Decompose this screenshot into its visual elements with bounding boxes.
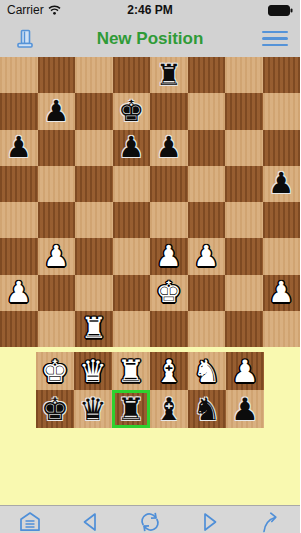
square-g6[interactable] xyxy=(225,130,263,166)
white-pawn: ♟ xyxy=(6,278,32,307)
square-h3[interactable] xyxy=(263,238,301,274)
square-d3[interactable] xyxy=(113,238,151,274)
square-e3[interactable]: ♟ xyxy=(150,238,188,274)
redo-arrow-icon xyxy=(258,510,282,533)
chess-board: ♜♟♚♟♟♟♟♟♟♟♟♚♟♜ xyxy=(0,57,300,347)
forward-button[interactable] xyxy=(195,508,225,533)
square-a8[interactable] xyxy=(0,57,38,93)
redo-button[interactable] xyxy=(255,508,285,533)
white-king: ♚ xyxy=(156,278,182,307)
white-pawn: ♟ xyxy=(43,242,69,271)
square-f4[interactable] xyxy=(188,202,226,238)
square-b7[interactable]: ♟ xyxy=(38,93,76,129)
back-button[interactable] xyxy=(75,508,105,533)
white-king: ♚ xyxy=(41,356,69,387)
black-queen: ♛ xyxy=(79,394,107,425)
square-e2[interactable]: ♚ xyxy=(150,275,188,311)
reset-button[interactable] xyxy=(135,508,165,533)
black-pawn: ♟ xyxy=(6,133,32,162)
square-f3[interactable]: ♟ xyxy=(188,238,226,274)
black-pawn: ♟ xyxy=(156,133,182,162)
white-pawn: ♟ xyxy=(231,356,259,387)
square-e7[interactable] xyxy=(150,93,188,129)
palette-white-pawn[interactable]: ♟ xyxy=(226,352,264,390)
palette-white-rook[interactable]: ♜ xyxy=(112,352,150,390)
palette-white-king[interactable]: ♚ xyxy=(36,352,74,390)
square-c5[interactable] xyxy=(75,166,113,202)
palette-white-queen[interactable]: ♛ xyxy=(74,352,112,390)
square-g1[interactable] xyxy=(225,311,263,347)
status-bar: Carrier 2:46 PM xyxy=(0,0,300,20)
square-g2[interactable] xyxy=(225,275,263,311)
square-g7[interactable] xyxy=(225,93,263,129)
palette-black-pawn[interactable]: ♟ xyxy=(226,390,264,428)
square-h6[interactable] xyxy=(263,130,301,166)
square-d5[interactable] xyxy=(113,166,151,202)
square-e8[interactable]: ♜ xyxy=(150,57,188,93)
square-a3[interactable] xyxy=(0,238,38,274)
square-c8[interactable] xyxy=(75,57,113,93)
square-g4[interactable] xyxy=(225,202,263,238)
palette-black-king[interactable]: ♚ xyxy=(36,390,74,428)
battery-icon xyxy=(268,5,293,16)
black-rook: ♜ xyxy=(117,394,145,425)
position-board-icon xyxy=(14,28,36,50)
black-pawn: ♟ xyxy=(118,133,144,162)
black-pawn: ♟ xyxy=(268,169,294,198)
square-a2[interactable]: ♟ xyxy=(0,275,38,311)
square-c4[interactable] xyxy=(75,202,113,238)
black-bishop: ♝ xyxy=(155,394,183,425)
white-rook: ♜ xyxy=(81,314,107,343)
white-queen: ♛ xyxy=(79,356,107,387)
square-c6[interactable] xyxy=(75,130,113,166)
square-g5[interactable] xyxy=(225,166,263,202)
palette-white-knight[interactable]: ♞ xyxy=(188,352,226,390)
black-rook: ♜ xyxy=(156,61,182,90)
square-c3[interactable] xyxy=(75,238,113,274)
square-f6[interactable] xyxy=(188,130,226,166)
setup-area: ♚♛♜♝♞♟♚♛♜♝♞♟ xyxy=(0,352,300,505)
square-b5[interactable] xyxy=(38,166,76,202)
palette-black-bishop[interactable]: ♝ xyxy=(150,390,188,428)
square-a1[interactable] xyxy=(0,311,38,347)
carrier-label: Carrier xyxy=(7,3,44,17)
black-king: ♚ xyxy=(41,394,69,425)
black-pawn: ♟ xyxy=(43,97,69,126)
square-g3[interactable] xyxy=(225,238,263,274)
square-e6[interactable]: ♟ xyxy=(150,130,188,166)
square-h2[interactable]: ♟ xyxy=(263,275,301,311)
square-h8[interactable] xyxy=(263,57,301,93)
square-g8[interactable] xyxy=(225,57,263,93)
white-pawn: ♟ xyxy=(268,278,294,307)
square-h1[interactable] xyxy=(263,311,301,347)
white-pawn: ♟ xyxy=(156,242,182,271)
square-f5[interactable] xyxy=(188,166,226,202)
square-a6[interactable]: ♟ xyxy=(0,130,38,166)
square-b2[interactable] xyxy=(38,275,76,311)
square-a7[interactable] xyxy=(0,93,38,129)
square-d4[interactable] xyxy=(113,202,151,238)
square-h5[interactable]: ♟ xyxy=(263,166,301,202)
square-f2[interactable] xyxy=(188,275,226,311)
square-c1[interactable]: ♜ xyxy=(75,311,113,347)
clock: 2:46 PM xyxy=(127,3,172,17)
square-c7[interactable] xyxy=(75,93,113,129)
menu-icon xyxy=(262,31,288,47)
square-b4[interactable] xyxy=(38,202,76,238)
square-c2[interactable] xyxy=(75,275,113,311)
page-title: New Position xyxy=(97,29,204,49)
square-e1[interactable] xyxy=(150,311,188,347)
games-list-button[interactable] xyxy=(15,508,45,533)
square-b6[interactable] xyxy=(38,130,76,166)
black-knight: ♞ xyxy=(193,394,221,425)
black-king: ♚ xyxy=(118,97,144,126)
white-knight: ♞ xyxy=(193,356,221,387)
wifi-icon xyxy=(48,5,61,15)
piece-palette: ♚♛♜♝♞♟♚♛♜♝♞♟ xyxy=(36,352,264,428)
square-d6[interactable]: ♟ xyxy=(113,130,151,166)
square-e5[interactable] xyxy=(150,166,188,202)
palette-black-knight[interactable]: ♞ xyxy=(188,390,226,428)
square-d8[interactable] xyxy=(113,57,151,93)
palette-black-queen[interactable]: ♛ xyxy=(74,390,112,428)
square-h7[interactable] xyxy=(263,93,301,129)
square-f7[interactable] xyxy=(188,93,226,129)
black-pawn: ♟ xyxy=(231,394,259,425)
square-f1[interactable] xyxy=(188,311,226,347)
app-window: Carrier 2:46 PM xyxy=(0,0,300,533)
palette-black-rook[interactable]: ♜ xyxy=(112,390,150,428)
square-h4[interactable] xyxy=(263,202,301,238)
square-f8[interactable] xyxy=(188,57,226,93)
square-e4[interactable] xyxy=(150,202,188,238)
nav-bar: New Position xyxy=(0,20,300,57)
forward-icon xyxy=(198,510,222,533)
square-b1[interactable] xyxy=(38,311,76,347)
square-b8[interactable] xyxy=(38,57,76,93)
white-rook: ♜ xyxy=(117,356,145,387)
toolbar xyxy=(0,505,300,533)
games-list-icon xyxy=(18,510,42,533)
white-bishop: ♝ xyxy=(155,356,183,387)
square-b3[interactable]: ♟ xyxy=(38,238,76,274)
position-board-button[interactable] xyxy=(10,25,40,53)
square-a5[interactable] xyxy=(0,166,38,202)
palette-white-bishop[interactable]: ♝ xyxy=(150,352,188,390)
square-a4[interactable] xyxy=(0,202,38,238)
menu-button[interactable] xyxy=(260,25,290,53)
square-d1[interactable] xyxy=(113,311,151,347)
reset-refresh-icon xyxy=(137,510,163,533)
square-d7[interactable]: ♚ xyxy=(113,93,151,129)
square-d2[interactable] xyxy=(113,275,151,311)
white-pawn: ♟ xyxy=(193,242,219,271)
back-icon xyxy=(78,510,102,533)
